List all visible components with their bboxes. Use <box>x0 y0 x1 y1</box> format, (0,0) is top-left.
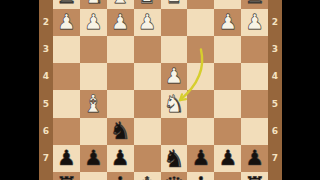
square-b3[interactable] <box>214 36 241 63</box>
rank-label-left-2: 2 <box>39 17 53 28</box>
piece-white-pawn-a2[interactable]: ♟ <box>245 12 264 33</box>
square-c5[interactable] <box>187 90 214 117</box>
piece-black-knight-f6[interactable]: ♞ <box>109 119 131 143</box>
piece-white-knight-g1[interactable]: ♞ <box>83 0 105 7</box>
square-a6[interactable] <box>241 118 268 145</box>
square-e4[interactable] <box>134 63 161 90</box>
rank-label-left-5: 5 <box>39 99 53 110</box>
square-h1[interactable]: ♜ <box>53 0 80 9</box>
piece-white-bishop-f1[interactable]: ♝ <box>109 0 131 7</box>
square-d2[interactable] <box>161 9 188 36</box>
piece-black-pawn-b7[interactable]: ♟ <box>218 148 237 169</box>
square-a8[interactable]: ♜ <box>241 172 268 180</box>
square-b1[interactable] <box>214 0 241 9</box>
square-g2[interactable]: ♟ <box>80 9 107 36</box>
piece-white-pawn-b2[interactable]: ♟ <box>218 12 237 33</box>
square-a4[interactable] <box>241 63 268 90</box>
square-c8[interactable]: ♝ <box>187 172 214 180</box>
rank-label-right-3: 3 <box>268 44 282 55</box>
square-g8[interactable] <box>80 172 107 180</box>
square-h8[interactable]: ♜ <box>53 172 80 180</box>
square-b7[interactable]: ♟ <box>214 145 241 172</box>
square-b8[interactable] <box>214 172 241 180</box>
square-d3[interactable] <box>161 36 188 63</box>
square-b4[interactable] <box>214 63 241 90</box>
square-a3[interactable] <box>241 36 268 63</box>
piece-black-pawn-f7[interactable]: ♟ <box>111 148 130 169</box>
square-g4[interactable] <box>80 63 107 90</box>
piece-white-queen-d1[interactable]: ♛ <box>163 0 185 7</box>
square-d6[interactable] <box>161 118 188 145</box>
square-f8[interactable]: ♝ <box>107 172 134 180</box>
piece-black-queen-d8[interactable]: ♛ <box>163 174 185 180</box>
square-f6[interactable]: ♞ <box>107 118 134 145</box>
piece-black-knight-d7[interactable]: ♞ <box>163 147 185 171</box>
square-d7[interactable]: ♞ <box>161 145 188 172</box>
square-b6[interactable] <box>214 118 241 145</box>
square-d4[interactable]: ♟ <box>161 63 188 90</box>
rank-label-left-6: 6 <box>39 126 53 137</box>
chess-board[interactable]: ♜♞♝♚♛♜♟♟♟♟♟♟♟♝♞♞♟♟♟♞♟♟♟♜♝♚♛♝♜ <box>53 0 268 180</box>
piece-white-rook-a1[interactable]: ♜ <box>244 0 266 7</box>
rank-label-right-6: 6 <box>268 126 282 137</box>
rank-label-right-2: 2 <box>268 17 282 28</box>
piece-black-pawn-c7[interactable]: ♟ <box>191 148 210 169</box>
piece-white-bishop-g5[interactable]: ♝ <box>83 92 105 116</box>
piece-black-bishop-c8[interactable]: ♝ <box>190 174 212 180</box>
square-e7[interactable] <box>134 145 161 172</box>
rank-label-left-7: 7 <box>39 153 53 164</box>
square-g5[interactable]: ♝ <box>80 90 107 117</box>
square-c1[interactable] <box>187 0 214 9</box>
rank-label-right-4: 4 <box>268 71 282 82</box>
piece-black-rook-a8[interactable]: ♜ <box>244 174 266 180</box>
piece-black-rook-h8[interactable]: ♜ <box>56 174 78 180</box>
square-e5[interactable] <box>134 90 161 117</box>
square-e2[interactable]: ♟ <box>134 9 161 36</box>
piece-white-pawn-e2[interactable]: ♟ <box>138 12 157 33</box>
piece-white-pawn-d4[interactable]: ♟ <box>165 66 184 87</box>
chess-diagram: 234567 234567 ♜♞♝♚♛♜♟♟♟♟♟♟♟♝♞♞♟♟♟♞♟♟♟♜♝♚… <box>0 0 320 180</box>
square-h6[interactable] <box>53 118 80 145</box>
square-b5[interactable] <box>214 90 241 117</box>
square-d1[interactable]: ♛ <box>161 0 188 9</box>
piece-white-rook-h1[interactable]: ♜ <box>56 0 78 7</box>
square-b2[interactable]: ♟ <box>214 9 241 36</box>
piece-black-pawn-a7[interactable]: ♟ <box>245 148 264 169</box>
piece-white-knight-d5[interactable]: ♞ <box>163 92 185 116</box>
piece-white-king-e1[interactable]: ♚ <box>136 0 158 7</box>
rank-label-left-4: 4 <box>39 71 53 82</box>
square-g7[interactable]: ♟ <box>80 145 107 172</box>
piece-black-pawn-g7[interactable]: ♟ <box>84 148 103 169</box>
square-e3[interactable] <box>134 36 161 63</box>
square-a5[interactable] <box>241 90 268 117</box>
square-d8[interactable]: ♛ <box>161 172 188 180</box>
rank-labels-right: 234567 <box>268 0 282 180</box>
square-c2[interactable] <box>187 9 214 36</box>
square-e8[interactable]: ♚ <box>134 172 161 180</box>
square-c4[interactable] <box>187 63 214 90</box>
square-f1[interactable]: ♝ <box>107 0 134 9</box>
square-h7[interactable]: ♟ <box>53 145 80 172</box>
square-a7[interactable]: ♟ <box>241 145 268 172</box>
piece-black-king-e8[interactable]: ♚ <box>136 174 158 180</box>
rank-labels-left: 234567 <box>39 0 53 180</box>
square-d5[interactable]: ♞ <box>161 90 188 117</box>
square-g3[interactable] <box>80 36 107 63</box>
square-h2[interactable]: ♟ <box>53 9 80 36</box>
piece-black-pawn-h7[interactable]: ♟ <box>57 148 76 169</box>
rank-label-left-3: 3 <box>39 44 53 55</box>
square-f2[interactable]: ♟ <box>107 9 134 36</box>
rank-label-right-5: 5 <box>268 99 282 110</box>
square-f5[interactable] <box>107 90 134 117</box>
piece-white-pawn-g2[interactable]: ♟ <box>84 12 103 33</box>
piece-white-pawn-h2[interactable]: ♟ <box>57 12 76 33</box>
square-c7[interactable]: ♟ <box>187 145 214 172</box>
square-g6[interactable] <box>80 118 107 145</box>
square-h4[interactable] <box>53 63 80 90</box>
square-c3[interactable] <box>187 36 214 63</box>
square-f7[interactable]: ♟ <box>107 145 134 172</box>
square-e6[interactable] <box>134 118 161 145</box>
square-a2[interactable]: ♟ <box>241 9 268 36</box>
square-c6[interactable] <box>187 118 214 145</box>
square-f4[interactable] <box>107 63 134 90</box>
square-a1[interactable]: ♜ <box>241 0 268 9</box>
piece-black-bishop-f8[interactable]: ♝ <box>109 174 131 180</box>
square-f3[interactable] <box>107 36 134 63</box>
rank-label-right-7: 7 <box>268 153 282 164</box>
square-h3[interactable] <box>53 36 80 63</box>
square-g1[interactable]: ♞ <box>80 0 107 9</box>
square-e1[interactable]: ♚ <box>134 0 161 9</box>
square-h5[interactable] <box>53 90 80 117</box>
piece-white-pawn-f2[interactable]: ♟ <box>111 12 130 33</box>
